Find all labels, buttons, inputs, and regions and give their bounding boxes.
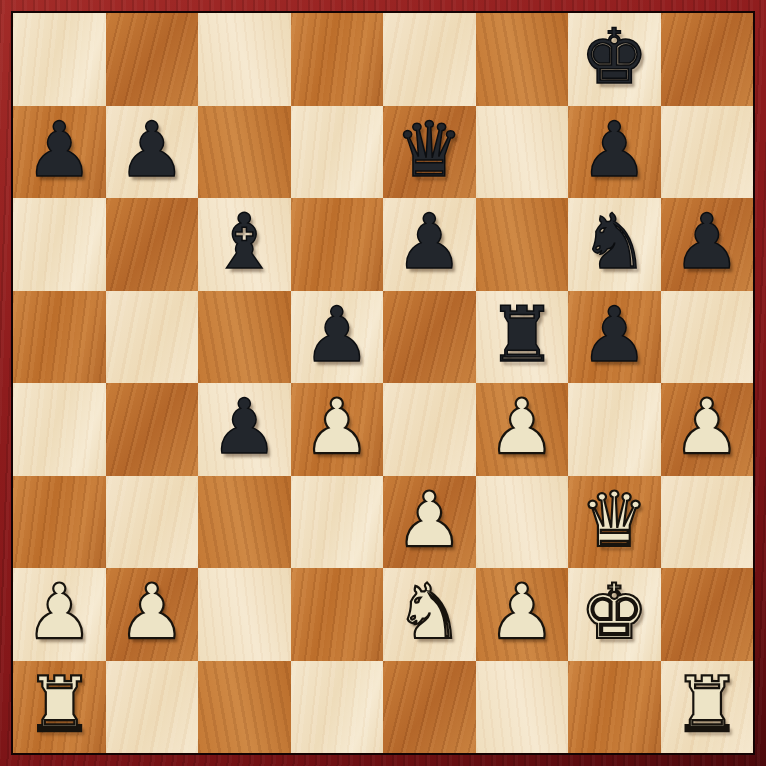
square-g5[interactable]: ♟ (568, 291, 661, 384)
square-b1[interactable] (106, 661, 199, 754)
square-d2[interactable] (291, 568, 384, 661)
square-b7[interactable]: ♟ (106, 106, 199, 199)
square-e7[interactable]: ♛ (383, 106, 476, 199)
white-rook-h1[interactable]: ♜ (673, 667, 741, 743)
square-g7[interactable]: ♟ (568, 106, 661, 199)
square-g2[interactable]: ♚ (568, 568, 661, 661)
square-h4[interactable]: ♟ (661, 383, 754, 476)
square-g4[interactable] (568, 383, 661, 476)
black-pawn-a7[interactable]: ♟ (25, 112, 93, 188)
square-e4[interactable] (383, 383, 476, 476)
square-b2[interactable]: ♟ (106, 568, 199, 661)
black-pawn-g7[interactable]: ♟ (580, 112, 648, 188)
black-pawn-c4[interactable]: ♟ (210, 389, 278, 465)
black-bishop-c6[interactable]: ♝ (210, 204, 278, 280)
white-rook-a1[interactable]: ♜ (25, 667, 93, 743)
square-f1[interactable] (476, 661, 569, 754)
square-f6[interactable] (476, 198, 569, 291)
square-f2[interactable]: ♟ (476, 568, 569, 661)
black-pawn-e6[interactable]: ♟ (395, 204, 463, 280)
white-pawn-h4[interactable]: ♟ (673, 389, 741, 465)
square-h7[interactable] (661, 106, 754, 199)
square-d5[interactable]: ♟ (291, 291, 384, 384)
square-g8[interactable]: ♚ (568, 13, 661, 106)
white-pawn-a2[interactable]: ♟ (25, 574, 93, 650)
board-frame: ♚♟♟♛♟♝♟♞♟♟♜♟♟♟♟♟♟♛♟♟♞♟♚♜♜ (0, 0, 766, 766)
chess-board: ♚♟♟♛♟♝♟♞♟♟♜♟♟♟♟♟♟♛♟♟♞♟♚♜♜ (13, 13, 753, 753)
black-king-g8[interactable]: ♚ (580, 19, 648, 95)
square-b8[interactable] (106, 13, 199, 106)
square-e2[interactable]: ♞ (383, 568, 476, 661)
black-pawn-b7[interactable]: ♟ (118, 112, 186, 188)
square-a2[interactable]: ♟ (13, 568, 106, 661)
white-pawn-b2[interactable]: ♟ (118, 574, 186, 650)
square-b3[interactable] (106, 476, 199, 569)
square-h3[interactable] (661, 476, 754, 569)
square-c8[interactable] (198, 13, 291, 106)
square-c3[interactable] (198, 476, 291, 569)
square-a1[interactable]: ♜ (13, 661, 106, 754)
white-pawn-f2[interactable]: ♟ (488, 574, 556, 650)
black-rook-f5[interactable]: ♜ (488, 297, 556, 373)
black-pawn-g5[interactable]: ♟ (580, 297, 648, 373)
square-g1[interactable] (568, 661, 661, 754)
square-f7[interactable] (476, 106, 569, 199)
black-knight-g6[interactable]: ♞ (580, 204, 648, 280)
white-king-g2[interactable]: ♚ (580, 574, 648, 650)
square-d3[interactable] (291, 476, 384, 569)
square-b4[interactable] (106, 383, 199, 476)
square-e6[interactable]: ♟ (383, 198, 476, 291)
square-b6[interactable] (106, 198, 199, 291)
square-c2[interactable] (198, 568, 291, 661)
square-f5[interactable]: ♜ (476, 291, 569, 384)
square-d7[interactable] (291, 106, 384, 199)
white-pawn-e3[interactable]: ♟ (395, 482, 463, 558)
square-f3[interactable] (476, 476, 569, 569)
square-a5[interactable] (13, 291, 106, 384)
square-a8[interactable] (13, 13, 106, 106)
square-f8[interactable] (476, 13, 569, 106)
square-c6[interactable]: ♝ (198, 198, 291, 291)
square-a7[interactable]: ♟ (13, 106, 106, 199)
square-d6[interactable] (291, 198, 384, 291)
black-queen-e7[interactable]: ♛ (395, 112, 463, 188)
square-c5[interactable] (198, 291, 291, 384)
square-e8[interactable] (383, 13, 476, 106)
square-h5[interactable] (661, 291, 754, 384)
square-g3[interactable]: ♛ (568, 476, 661, 569)
black-pawn-d5[interactable]: ♟ (303, 297, 371, 373)
square-b5[interactable] (106, 291, 199, 384)
square-c1[interactable] (198, 661, 291, 754)
square-d8[interactable] (291, 13, 384, 106)
white-knight-e2[interactable]: ♞ (395, 574, 463, 650)
square-c7[interactable] (198, 106, 291, 199)
square-g6[interactable]: ♞ (568, 198, 661, 291)
white-queen-g3[interactable]: ♛ (580, 482, 648, 558)
square-e1[interactable] (383, 661, 476, 754)
white-pawn-d4[interactable]: ♟ (303, 389, 371, 465)
square-h8[interactable] (661, 13, 754, 106)
square-e3[interactable]: ♟ (383, 476, 476, 569)
black-pawn-h6[interactable]: ♟ (673, 204, 741, 280)
square-e5[interactable] (383, 291, 476, 384)
square-c4[interactable]: ♟ (198, 383, 291, 476)
square-d1[interactable] (291, 661, 384, 754)
square-f4[interactable]: ♟ (476, 383, 569, 476)
white-pawn-f4[interactable]: ♟ (488, 389, 556, 465)
square-d4[interactable]: ♟ (291, 383, 384, 476)
square-h2[interactable] (661, 568, 754, 661)
square-a3[interactable] (13, 476, 106, 569)
square-h6[interactable]: ♟ (661, 198, 754, 291)
square-a4[interactable] (13, 383, 106, 476)
square-a6[interactable] (13, 198, 106, 291)
square-h1[interactable]: ♜ (661, 661, 754, 754)
